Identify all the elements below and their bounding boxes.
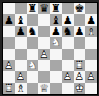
- square-d7[interactable]: [38, 14, 50, 25]
- square-e3[interactable]: [50, 60, 62, 71]
- square-e5[interactable]: ♞♘: [50, 37, 62, 48]
- white-pawn: ♙: [3, 60, 15, 71]
- square-a2[interactable]: [3, 71, 15, 82]
- square-d1[interactable]: ♛♕: [38, 83, 50, 94]
- black-rook: ♜: [50, 3, 62, 14]
- white-queen-fill: ♛: [38, 83, 50, 94]
- square-g7[interactable]: [74, 14, 86, 25]
- white-pawn: ♙: [62, 71, 74, 82]
- square-a8[interactable]: [3, 3, 15, 14]
- square-e2[interactable]: [50, 71, 62, 82]
- white-bishop-fill: ♝: [15, 83, 27, 94]
- white-knight: ♘: [27, 60, 39, 71]
- square-c7[interactable]: [27, 14, 39, 25]
- square-a4[interactable]: [3, 49, 15, 60]
- white-rook: ♖: [74, 60, 86, 71]
- board-frame: ♜♛♜♚♟♝♝♟♟♟♞♟♞♟♝♗♞♘♟♙♟♙♞♘♜♖♟♙♟♙♟♙♟♙♜♖♝♗♛♕…: [0, 0, 99, 96]
- square-h8[interactable]: [85, 3, 97, 14]
- square-a5[interactable]: [3, 37, 15, 48]
- white-knight-fill: ♞: [27, 60, 39, 71]
- square-c6[interactable]: ♞: [27, 26, 39, 37]
- square-f4[interactable]: [62, 49, 74, 60]
- square-c2[interactable]: [27, 71, 39, 82]
- black-pawn: ♟: [15, 26, 27, 37]
- square-g4[interactable]: [74, 49, 86, 60]
- white-pawn-fill: ♟: [74, 71, 86, 82]
- black-pawn: ♟: [74, 26, 86, 37]
- square-g5[interactable]: [74, 37, 86, 48]
- white-pawn: ♙: [38, 49, 50, 60]
- square-f5[interactable]: [62, 37, 74, 48]
- white-pawn-fill: ♟: [62, 71, 74, 82]
- white-king: ♔: [74, 83, 86, 94]
- square-e4[interactable]: [50, 49, 62, 60]
- square-e8[interactable]: ♜: [50, 3, 62, 14]
- square-c3[interactable]: ♞♘: [27, 60, 39, 71]
- white-knight: ♘: [50, 37, 62, 48]
- square-f3[interactable]: [62, 60, 74, 71]
- black-rook: ♜: [27, 3, 39, 14]
- square-h5[interactable]: [85, 37, 97, 48]
- black-pawn: ♟: [50, 26, 62, 37]
- square-c5[interactable]: [27, 37, 39, 48]
- black-pawn: ♟: [3, 14, 15, 25]
- black-queen: ♛: [38, 3, 50, 14]
- white-king-fill: ♚: [74, 83, 86, 94]
- square-h2[interactable]: ♟♙: [85, 71, 97, 82]
- square-f1[interactable]: [62, 83, 74, 94]
- square-g3[interactable]: ♜♖: [74, 60, 86, 71]
- black-knight: ♞: [62, 26, 74, 37]
- black-pawn: ♟: [85, 14, 97, 25]
- white-pawn-fill: ♟: [3, 60, 15, 71]
- square-h4[interactable]: [85, 49, 97, 60]
- square-f6[interactable]: ♞: [62, 26, 74, 37]
- white-pawn-fill: ♟: [15, 71, 27, 82]
- square-d6[interactable]: [38, 26, 50, 37]
- white-pawn: ♙: [74, 71, 86, 82]
- square-h1[interactable]: [85, 83, 97, 94]
- square-h7[interactable]: ♟: [85, 14, 97, 25]
- white-bishop-fill: ♝: [85, 26, 97, 37]
- square-d3[interactable]: [38, 60, 50, 71]
- white-bishop: ♗: [15, 83, 27, 94]
- square-f2[interactable]: ♟♙: [62, 71, 74, 82]
- square-b7[interactable]: ♝: [15, 14, 27, 25]
- square-c4[interactable]: [27, 49, 39, 60]
- black-king: ♚: [74, 3, 86, 14]
- white-rook: ♖: [3, 83, 15, 94]
- square-b1[interactable]: ♝♗: [15, 83, 27, 94]
- square-h3[interactable]: [85, 60, 97, 71]
- square-h6[interactable]: ♝♗: [85, 26, 97, 37]
- square-c1[interactable]: [27, 83, 39, 94]
- square-b4[interactable]: [15, 49, 27, 60]
- chess-board: ♜♛♜♚♟♝♝♟♟♟♞♟♞♟♝♗♞♘♟♙♟♙♞♘♜♖♟♙♟♙♟♙♟♙♜♖♝♗♛♕…: [2, 2, 98, 95]
- white-pawn: ♙: [85, 71, 97, 82]
- square-e1[interactable]: [50, 83, 62, 94]
- black-knight: ♞: [27, 26, 39, 37]
- white-rook-fill: ♜: [3, 83, 15, 94]
- square-b6[interactable]: ♟: [15, 26, 27, 37]
- white-rook-fill: ♜: [74, 60, 86, 71]
- white-pawn-fill: ♟: [38, 49, 50, 60]
- square-d5[interactable]: [38, 37, 50, 48]
- white-knight-fill: ♞: [50, 37, 62, 48]
- square-b8[interactable]: [15, 3, 27, 14]
- square-f7[interactable]: ♟: [62, 14, 74, 25]
- white-bishop: ♗: [85, 26, 97, 37]
- square-a1[interactable]: ♜♖: [3, 83, 15, 94]
- white-queen: ♕: [38, 83, 50, 94]
- square-b5[interactable]: [15, 37, 27, 48]
- square-e7[interactable]: ♝: [50, 14, 62, 25]
- square-d4[interactable]: ♟♙: [38, 49, 50, 60]
- white-pawn-fill: ♟: [85, 71, 97, 82]
- square-b2[interactable]: ♟♙: [15, 71, 27, 82]
- square-g1[interactable]: ♚♔: [74, 83, 86, 94]
- square-e6[interactable]: ♟: [50, 26, 62, 37]
- square-b3[interactable]: [15, 60, 27, 71]
- square-f8[interactable]: [62, 3, 74, 14]
- black-pawn: ♟: [62, 14, 74, 25]
- square-a7[interactable]: ♟: [3, 14, 15, 25]
- square-g6[interactable]: ♟: [74, 26, 86, 37]
- square-a6[interactable]: [3, 26, 15, 37]
- square-g2[interactable]: ♟♙: [74, 71, 86, 82]
- black-bishop: ♝: [50, 14, 62, 25]
- square-d8[interactable]: ♛: [38, 3, 50, 14]
- square-c8[interactable]: ♜: [27, 3, 39, 14]
- square-g8[interactable]: ♚: [74, 3, 86, 14]
- black-bishop: ♝: [15, 14, 27, 25]
- square-a3[interactable]: ♟♙: [3, 60, 15, 71]
- white-pawn: ♙: [15, 71, 27, 82]
- square-d2[interactable]: [38, 71, 50, 82]
